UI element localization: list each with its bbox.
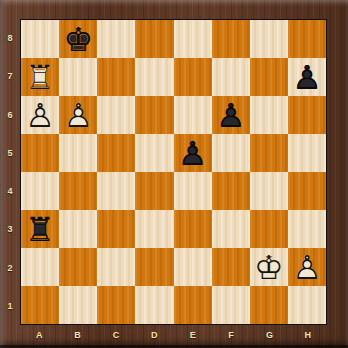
square-f4[interactable] [212,172,250,210]
piece-wP-b6[interactable]: ♟♙ [59,96,97,134]
square-b6[interactable]: ♟♙ [59,96,97,134]
square-a5[interactable] [21,134,59,172]
square-c7[interactable] [97,58,135,96]
rank-label-8: 8 [0,19,20,57]
rank-label-2: 2 [0,249,20,287]
piece-glyph-fill: ♜ [25,213,55,246]
square-c1[interactable] [97,286,135,324]
square-c4[interactable] [97,172,135,210]
file-label-d: D [135,325,173,345]
piece-wR-a7[interactable]: ♜♖ [21,58,59,96]
square-f2[interactable] [212,248,250,286]
square-c2[interactable] [97,248,135,286]
file-label-a: A [20,325,58,345]
piece-glyph-outline: ♙ [292,61,322,94]
square-a4[interactable] [21,172,59,210]
rank-label-6: 6 [0,96,20,134]
piece-wK-g2[interactable]: ♚♔ [250,248,288,286]
chess-board: ♚♔♜♖♟♙♟♙♟♙♟♙♟♙♜♖♚♔♟♙ [20,19,327,325]
piece-glyph-outline: ♙ [292,251,322,284]
piece-glyph-outline: ♙ [25,99,55,132]
square-a7[interactable]: ♜♖ [21,58,59,96]
square-c6[interactable] [97,96,135,134]
square-d5[interactable] [135,134,173,172]
square-e7[interactable] [174,58,212,96]
square-b1[interactable] [59,286,97,324]
piece-glyph-fill: ♟ [292,61,322,94]
piece-bP-e5[interactable]: ♟♙ [174,134,212,172]
square-h6[interactable] [288,96,326,134]
square-h8[interactable] [288,20,326,58]
square-b3[interactable] [59,210,97,248]
square-g6[interactable] [250,96,288,134]
square-h5[interactable] [288,134,326,172]
square-f5[interactable] [212,134,250,172]
piece-glyph-outline: ♙ [63,99,93,132]
square-d8[interactable] [135,20,173,58]
square-a8[interactable] [21,20,59,58]
square-d4[interactable] [135,172,173,210]
file-label-h: H [289,325,327,345]
square-d6[interactable] [135,96,173,134]
square-e8[interactable] [174,20,212,58]
piece-glyph-fill: ♚ [63,23,93,56]
file-label-f: F [212,325,250,345]
square-h1[interactable] [288,286,326,324]
rank-label-1: 1 [0,287,20,325]
square-f7[interactable] [212,58,250,96]
square-f6[interactable]: ♟♙ [212,96,250,134]
piece-glyph-outline: ♔ [63,23,93,56]
rank-label-4: 4 [0,172,20,210]
square-a2[interactable] [21,248,59,286]
piece-bP-f6[interactable]: ♟♙ [212,96,250,134]
square-d1[interactable] [135,286,173,324]
file-label-b: B [58,325,96,345]
square-g5[interactable] [250,134,288,172]
square-f1[interactable] [212,286,250,324]
piece-glyph-fill: ♚ [254,251,284,284]
file-label-c: C [97,325,135,345]
square-e5[interactable]: ♟♙ [174,134,212,172]
piece-bR-a3[interactable]: ♜♖ [21,210,59,248]
square-d7[interactable] [135,58,173,96]
rank-labels: 87654321 [0,19,20,325]
piece-glyph-outline: ♙ [178,137,208,170]
square-h4[interactable] [288,172,326,210]
square-e3[interactable] [174,210,212,248]
square-g2[interactable]: ♚♔ [250,248,288,286]
square-f8[interactable] [212,20,250,58]
piece-glyph-outline: ♔ [254,251,284,284]
file-labels: ABCDEFGH [20,325,327,345]
piece-glyph-outline: ♖ [25,213,55,246]
piece-wP-h2[interactable]: ♟♙ [288,248,326,286]
square-a1[interactable] [21,286,59,324]
square-g3[interactable] [250,210,288,248]
file-label-g: G [250,325,288,345]
piece-glyph-outline: ♙ [216,99,246,132]
square-h2[interactable]: ♟♙ [288,248,326,286]
square-g4[interactable] [250,172,288,210]
piece-glyph-fill: ♟ [292,251,322,284]
square-c8[interactable] [97,20,135,58]
board-frame: ♚♔♜♖♟♙♟♙♟♙♟♙♟♙♜♖♚♔♟♙ 87654321 ABCDEFGH [0,0,348,348]
piece-glyph-outline: ♖ [25,61,55,94]
square-b8[interactable]: ♚♔ [59,20,97,58]
square-h3[interactable] [288,210,326,248]
square-a6[interactable]: ♟♙ [21,96,59,134]
square-d2[interactable] [135,248,173,286]
piece-glyph-fill: ♟ [216,99,246,132]
square-e4[interactable] [174,172,212,210]
piece-bP-h7[interactable]: ♟♙ [288,58,326,96]
square-e1[interactable] [174,286,212,324]
piece-glyph-fill: ♟ [63,99,93,132]
square-e6[interactable] [174,96,212,134]
square-c5[interactable] [97,134,135,172]
rank-label-7: 7 [0,57,20,95]
square-b5[interactable] [59,134,97,172]
rank-label-5: 5 [0,134,20,172]
square-h7[interactable]: ♟♙ [288,58,326,96]
square-e2[interactable] [174,248,212,286]
rank-label-3: 3 [0,210,20,248]
square-b4[interactable] [59,172,97,210]
square-f3[interactable] [212,210,250,248]
square-c3[interactable] [97,210,135,248]
square-g8[interactable] [250,20,288,58]
piece-wP-a6[interactable]: ♟♙ [21,96,59,134]
piece-glyph-fill: ♟ [25,99,55,132]
square-d3[interactable] [135,210,173,248]
square-b7[interactable] [59,58,97,96]
square-b2[interactable] [59,248,97,286]
square-g7[interactable] [250,58,288,96]
piece-glyph-fill: ♜ [25,61,55,94]
file-label-e: E [174,325,212,345]
piece-glyph-fill: ♟ [178,137,208,170]
square-a3[interactable]: ♜♖ [21,210,59,248]
piece-bK-b8[interactable]: ♚♔ [59,20,97,58]
square-g1[interactable] [250,286,288,324]
